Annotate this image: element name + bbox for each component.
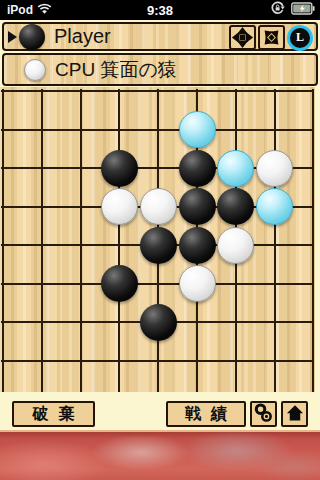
go-board[interactable]	[0, 87, 315, 392]
cpu-row: CPU 箕面の猿	[2, 53, 318, 86]
discard-button[interactable]: 破棄	[12, 401, 95, 427]
grid-line-horizontal	[1, 360, 314, 362]
bottom-toolbar: 破棄 戦績	[0, 392, 320, 430]
level-button[interactable]: L	[287, 25, 313, 51]
grid-line-vertical	[274, 89, 276, 392]
status-bar: iPod 9:38	[0, 0, 320, 20]
results-button[interactable]: 戦績	[166, 401, 246, 427]
grid-line-horizontal	[1, 283, 314, 285]
white-stone	[217, 227, 254, 264]
highlighted-white-stone	[217, 150, 254, 187]
turn-indicator-icon	[8, 31, 17, 43]
player-black-stone-icon	[19, 24, 45, 50]
black-stone	[101, 150, 138, 187]
grid-line-vertical	[118, 89, 120, 392]
home-button[interactable]	[281, 401, 308, 427]
player-name: Player	[54, 25, 111, 48]
expand-cross-button[interactable]	[229, 25, 256, 50]
home-icon	[284, 402, 306, 426]
go-stones-icon	[252, 402, 275, 427]
black-stone	[140, 304, 177, 341]
black-stone	[179, 227, 216, 264]
grid-line-horizontal	[1, 129, 314, 131]
grid-line-vertical	[41, 89, 43, 392]
rotation-lock-icon	[270, 1, 285, 20]
expand-diagonal-button[interactable]	[258, 25, 285, 50]
cpu-white-stone-icon	[24, 59, 46, 81]
grid-line-vertical	[2, 89, 4, 392]
black-stone	[179, 150, 216, 187]
white-stone	[140, 188, 177, 225]
grid-line-horizontal	[1, 90, 314, 92]
grid-line-vertical	[312, 89, 314, 392]
app-screen: iPod 9:38	[0, 0, 320, 480]
battery-charging-icon	[291, 1, 315, 19]
white-stone	[101, 188, 138, 225]
black-stone	[140, 227, 177, 264]
black-stone	[101, 265, 138, 302]
stones-button[interactable]	[250, 401, 277, 427]
white-stone	[256, 150, 293, 187]
ad-banner[interactable]	[0, 430, 320, 480]
cpu-name: CPU 箕面の猿	[55, 57, 177, 83]
highlighted-white-stone	[256, 188, 293, 225]
white-stone	[179, 265, 216, 302]
black-stone	[217, 188, 254, 225]
player-row: Player	[2, 22, 318, 51]
black-stone	[179, 188, 216, 225]
highlighted-white-stone	[179, 111, 216, 148]
grid-line-vertical	[80, 89, 82, 392]
